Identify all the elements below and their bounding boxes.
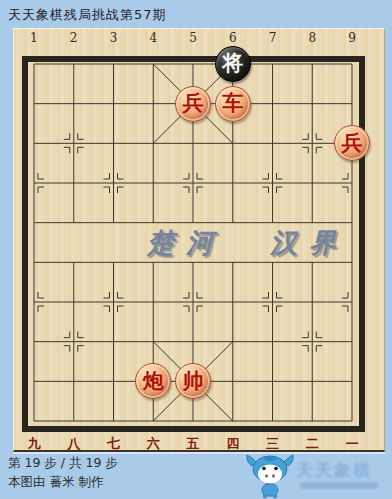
- file-label-bottom-3: 七: [94, 435, 134, 451]
- file-label-bottom-9: 一: [332, 435, 372, 451]
- file-label-bottom-8: 二: [292, 435, 332, 451]
- file-label-bottom-1: 九: [14, 435, 54, 451]
- file-label-bottom-6: 四: [213, 435, 253, 451]
- xiangqi-board[interactable]: 123456789 楚河 汉界 将兵车兵炮帅 九八七六五四三二一: [13, 28, 385, 452]
- mascot-ox-icon: [243, 452, 298, 499]
- credit-text: 本图由 蕃米 制作: [8, 474, 103, 491]
- watermark-logo: 天天象棋: [296, 459, 372, 482]
- page-title: 天天象棋残局挑战第57期: [8, 6, 167, 24]
- file-label-bottom-2: 八: [54, 435, 94, 451]
- red-cannon[interactable]: 炮: [135, 363, 171, 399]
- file-label-bottom-7: 三: [253, 435, 293, 451]
- file-label-bottom-4: 六: [133, 435, 173, 451]
- black-general[interactable]: 将: [215, 46, 251, 82]
- app-window: 天天象棋残局挑战第57期 123456789 楚河 汉界 将兵车兵炮帅 九八七六…: [0, 0, 392, 499]
- watermark-subtext-bar: [300, 482, 378, 489]
- pieces-layer: 将兵车兵炮帅: [14, 44, 372, 441]
- red-soldier-a[interactable]: 兵: [175, 86, 211, 122]
- file-labels-bottom: 九八七六五四三二一: [14, 435, 372, 451]
- step-counter: 第 19 步 / 共 19 步: [8, 455, 118, 472]
- file-label-bottom-5: 五: [173, 435, 213, 451]
- red-chariot[interactable]: 车: [215, 86, 251, 122]
- red-soldier-b[interactable]: 兵: [334, 125, 370, 161]
- red-general[interactable]: 帅: [175, 363, 211, 399]
